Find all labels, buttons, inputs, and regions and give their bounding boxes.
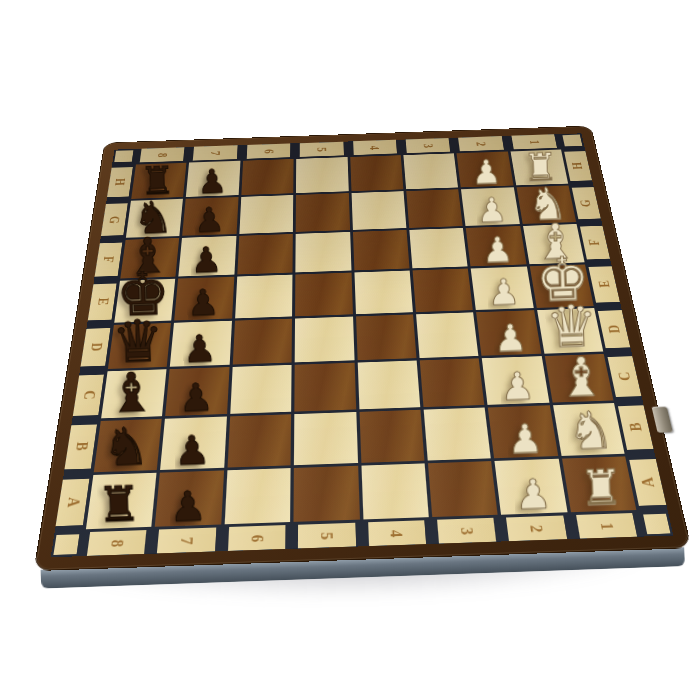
square-h3[interactable] [403, 153, 458, 189]
board-3d: 87654321H♜♟♟♜HG♞♟♟♞GF♝♟♟♝FE♚♟♟♚ED♛♟♟♛DC♝… [33, 126, 691, 571]
file-label-text: F [586, 239, 604, 246]
square-d4[interactable] [356, 314, 417, 360]
square-b6[interactable] [227, 414, 291, 467]
file-label-left-D: D [81, 328, 111, 367]
square-h6[interactable] [241, 159, 294, 195]
rank-label-bottom-3: 3 [437, 518, 497, 544]
rank-label-top-4: 4 [353, 140, 397, 155]
square-c5[interactable] [294, 363, 355, 412]
rank-label-text: 3 [420, 143, 435, 148]
square-g3[interactable] [406, 189, 463, 227]
square-g2[interactable]: ♟ [461, 188, 519, 226]
file-label-left-G: G [101, 204, 128, 236]
piece-white-pawn[interactable]: ♟ [471, 157, 501, 188]
file-label-text: A [62, 497, 83, 508]
square-a5[interactable] [294, 465, 360, 521]
square-h7[interactable]: ♟ [186, 161, 240, 197]
corner-cell [53, 534, 79, 555]
file-label-left-H: H [107, 167, 133, 198]
board-frame: 87654321H♜♟♟♜HG♞♟♟♞GF♝♟♟♝FE♚♟♟♚ED♛♟♟♛DC♝… [33, 126, 691, 571]
file-label-right-A: A [629, 459, 666, 506]
file-label-text: A [637, 477, 658, 488]
rank-label-bottom-1: 1 [576, 513, 638, 539]
file-label-text: B [625, 423, 645, 432]
square-g5[interactable] [296, 193, 350, 231]
square-c7[interactable]: ♟ [166, 367, 230, 416]
piece-black-pawn[interactable]: ♟ [169, 487, 207, 526]
piece-white-knight[interactable]: ♞ [567, 406, 615, 455]
square-c4[interactable] [357, 360, 420, 409]
rank-label-bottom-8: 8 [87, 530, 147, 556]
square-a7[interactable]: ♟ [155, 470, 224, 527]
rank-label-text: 8 [155, 152, 170, 157]
square-f2[interactable]: ♟ [466, 226, 526, 267]
square-d3[interactable] [416, 312, 479, 358]
file-label-right-B: B [618, 406, 654, 450]
square-b8[interactable]: ♞ [94, 419, 162, 472]
rank-label-top-3: 3 [406, 138, 451, 153]
square-b5[interactable] [294, 412, 357, 465]
piece-black-pawn[interactable]: ♟ [186, 286, 219, 320]
piece-black-pawn[interactable]: ♟ [182, 331, 216, 366]
file-label-left-B: B [65, 425, 98, 470]
piece-white-pawn[interactable]: ♟ [514, 475, 552, 514]
square-b3[interactable] [424, 408, 491, 461]
file-label-text: D [604, 324, 623, 333]
rank-label-text: 5 [314, 147, 329, 152]
square-e5[interactable] [295, 273, 352, 316]
file-label-text: E [94, 298, 112, 306]
rank-label-top-6: 6 [247, 144, 291, 159]
piece-white-pawn[interactable]: ♟ [481, 233, 513, 266]
rank-label-bottom-5: 5 [298, 523, 356, 549]
file-label-right-D: D [598, 310, 631, 349]
chess-board: 87654321H♜♟♟♜HG♞♟♟♞GF♝♟♟♝FE♚♟♟♚ED♛♟♟♛DC♝… [51, 133, 674, 557]
piece-black-pawn[interactable]: ♟ [174, 431, 211, 469]
corner-cell [562, 135, 582, 147]
square-e6[interactable] [235, 275, 293, 318]
square-c2[interactable]: ♟ [482, 356, 549, 405]
square-b4[interactable] [359, 410, 424, 463]
corner-cell [114, 150, 133, 162]
rank-label-text: 5 [317, 531, 337, 539]
square-f7[interactable]: ♟ [179, 236, 237, 277]
rank-label-text: 1 [596, 522, 617, 530]
file-label-text: H [570, 162, 587, 169]
rank-label-text: 1 [526, 139, 542, 144]
rank-label-text: 4 [387, 529, 407, 537]
square-f5[interactable] [295, 232, 351, 273]
rank-label-top-5: 5 [300, 142, 344, 157]
corner-cell [643, 514, 671, 535]
piece-white-pawn[interactable]: ♟ [493, 320, 527, 355]
square-h5[interactable] [296, 157, 348, 193]
file-label-text: G [578, 199, 595, 207]
rank-label-bottom-4: 4 [368, 520, 427, 546]
square-e4[interactable] [354, 271, 413, 314]
square-a3[interactable] [428, 461, 498, 517]
file-label-left-A: A [56, 478, 90, 526]
rank-label-text: 2 [526, 524, 547, 532]
rank-label-text: 7 [177, 536, 197, 544]
square-a4[interactable] [361, 463, 429, 519]
file-label-text: E [595, 280, 613, 288]
rank-label-text: 6 [261, 149, 276, 154]
square-b2[interactable]: ♟ [488, 405, 558, 457]
rank-label-text: 6 [247, 534, 267, 542]
rank-label-top-2: 2 [458, 136, 503, 151]
square-b1[interactable]: ♞ [553, 403, 625, 455]
file-label-text: C [614, 372, 634, 381]
rank-label-bottom-7: 7 [157, 528, 216, 554]
rank-label-text: 7 [208, 151, 223, 156]
square-e7[interactable]: ♟ [175, 277, 234, 320]
piece-white-pawn[interactable]: ♟ [487, 275, 520, 309]
clasp-icon [652, 407, 673, 433]
square-e3[interactable] [412, 269, 473, 312]
square-f3[interactable] [409, 228, 468, 269]
square-c8[interactable]: ♝ [101, 369, 167, 418]
rank-label-text: 2 [473, 141, 489, 146]
square-c3[interactable] [420, 358, 485, 407]
piece-black-pawn[interactable]: ♟ [178, 379, 214, 415]
file-label-text: H [112, 178, 128, 186]
square-a8[interactable]: ♜ [86, 472, 157, 529]
square-h4[interactable] [350, 155, 403, 191]
chess-set-photo: 87654321H♜♟♟♜HG♞♟♟♞GF♝♟♟♝FE♚♟♟♚ED♛♟♟♛DC♝… [0, 0, 700, 700]
square-d6[interactable] [233, 318, 293, 364]
piece-black-bishop[interactable]: ♝ [107, 368, 156, 419]
square-a2[interactable]: ♟ [495, 458, 567, 514]
piece-black-pawn[interactable]: ♟ [194, 204, 225, 236]
square-f4[interactable] [353, 230, 410, 271]
square-a1[interactable]: ♜ [562, 456, 637, 512]
piece-white-bishop[interactable]: ♝ [557, 352, 606, 403]
square-f6[interactable] [237, 234, 293, 275]
square-d2[interactable]: ♟ [476, 310, 541, 356]
square-a6[interactable] [224, 468, 290, 525]
square-g6[interactable] [239, 195, 293, 233]
rank-label-text: 4 [367, 145, 382, 150]
rank-label-top-7: 7 [193, 145, 237, 160]
rank-label-bottom-6: 6 [228, 525, 286, 551]
square-g4[interactable] [351, 191, 406, 229]
file-label-text: B [71, 442, 91, 452]
file-label-right-H: H [564, 151, 592, 181]
rank-label-bottom-2: 2 [506, 515, 567, 541]
file-label-text: G [106, 216, 123, 224]
file-label-right-C: C [607, 356, 641, 397]
file-label-left-C: C [73, 375, 104, 417]
file-label-text: D [86, 342, 105, 351]
piece-black-knight[interactable]: ♞ [101, 422, 149, 471]
rank-label-text: 8 [107, 539, 128, 547]
file-label-text: F [100, 256, 117, 263]
piece-white-pawn[interactable]: ♟ [500, 368, 536, 404]
square-h2[interactable]: ♟ [457, 151, 513, 187]
square-e2[interactable]: ♟ [471, 267, 533, 310]
square-d7[interactable]: ♟ [170, 320, 232, 366]
piece-black-rook[interactable]: ♜ [97, 483, 142, 529]
board-tilt-wrapper: 87654321H♜♟♟♜HG♞♟♟♞GF♝♟♟♝FE♚♟♟♚ED♛♟♟♛DC♝… [64, 25, 643, 604]
square-g7[interactable]: ♟ [183, 197, 239, 235]
piece-white-pawn[interactable]: ♟ [506, 420, 543, 458]
square-d5[interactable] [295, 316, 354, 362]
square-c6[interactable] [230, 365, 292, 414]
square-c1[interactable]: ♝ [544, 354, 613, 403]
rank-label-text: 3 [456, 527, 476, 535]
piece-black-pawn[interactable]: ♟ [190, 243, 222, 276]
piece-white-pawn[interactable]: ♟ [476, 194, 507, 226]
piece-black-pawn[interactable]: ♟ [197, 166, 227, 197]
file-label-text: C [79, 390, 98, 400]
piece-white-rook[interactable]: ♜ [580, 466, 625, 512]
square-b7[interactable]: ♟ [161, 417, 227, 470]
